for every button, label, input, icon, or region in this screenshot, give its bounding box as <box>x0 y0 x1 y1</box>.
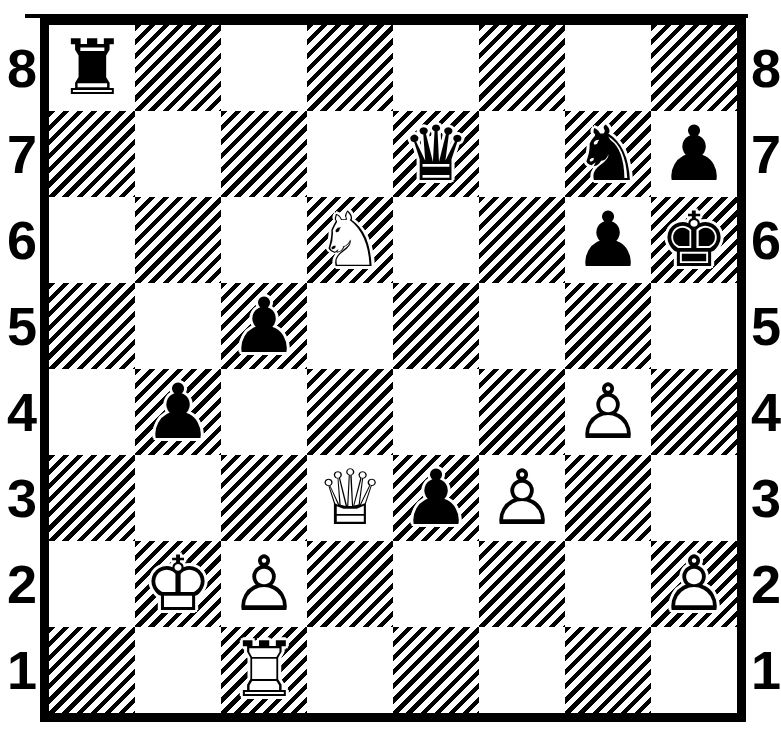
black-queen-icon: ♛ <box>402 111 470 197</box>
square-c2: ♟♙ <box>221 541 307 627</box>
black-pawn-icon: ♟ <box>144 369 212 455</box>
square-b2: ♚♔ <box>135 541 221 627</box>
rank-label-left-3: 3 <box>6 455 38 541</box>
square-g8 <box>565 25 651 111</box>
square-b6 <box>135 197 221 283</box>
piece-white-pawn-g4: ♟♙ <box>565 369 651 455</box>
square-d4 <box>307 369 393 455</box>
piece-black-pawn-g6: ♟ <box>565 197 651 283</box>
square-e2 <box>393 541 479 627</box>
black-knight-icon: ♞ <box>574 111 642 197</box>
square-a2 <box>49 541 135 627</box>
chess-board: ♜♛♞♟♞♘♟♚♟♟♟♙♛♕♟♟♙♚♔♟♙♟♙♜♖ <box>40 16 746 722</box>
square-c6 <box>221 197 307 283</box>
square-e8 <box>393 25 479 111</box>
square-g2 <box>565 541 651 627</box>
square-d6: ♞♘ <box>307 197 393 283</box>
rank-labels-right: 87654321 <box>750 25 781 713</box>
rank-label-left-1: 1 <box>6 627 38 713</box>
rank-label-left-6: 6 <box>6 197 38 283</box>
square-f5 <box>479 283 565 369</box>
piece-black-pawn-b4: ♟ <box>135 369 221 455</box>
square-f1 <box>479 627 565 713</box>
rank-label-right-5: 5 <box>750 283 781 369</box>
piece-black-king-h6: ♚ <box>651 197 737 283</box>
square-h8 <box>651 25 737 111</box>
rank-label-left-8: 8 <box>6 25 38 111</box>
black-rook-icon: ♜ <box>58 25 126 111</box>
piece-white-pawn-f3: ♟♙ <box>479 455 565 541</box>
square-e6 <box>393 197 479 283</box>
square-d5 <box>307 283 393 369</box>
square-a7 <box>49 111 135 197</box>
piece-black-rook-a8: ♜ <box>49 25 135 111</box>
square-b5 <box>135 283 221 369</box>
rank-label-left-5: 5 <box>6 283 38 369</box>
square-c4 <box>221 369 307 455</box>
square-e4 <box>393 369 479 455</box>
white-knight-icon: ♘ <box>316 197 384 283</box>
square-g4: ♟♙ <box>565 369 651 455</box>
piece-white-king-b2: ♚♔ <box>135 541 221 627</box>
rank-label-right-8: 8 <box>750 25 781 111</box>
square-f4 <box>479 369 565 455</box>
square-f3: ♟♙ <box>479 455 565 541</box>
rank-label-right-2: 2 <box>750 541 781 627</box>
square-f8 <box>479 25 565 111</box>
square-e7: ♛ <box>393 111 479 197</box>
white-queen-icon: ♕ <box>316 455 384 541</box>
square-c7 <box>221 111 307 197</box>
piece-white-pawn-c2: ♟♙ <box>221 541 307 627</box>
square-a8: ♜ <box>49 25 135 111</box>
square-h4 <box>651 369 737 455</box>
square-h2: ♟♙ <box>651 541 737 627</box>
square-g3 <box>565 455 651 541</box>
square-c1: ♜♖ <box>221 627 307 713</box>
square-c8 <box>221 25 307 111</box>
rank-label-right-6: 6 <box>750 197 781 283</box>
square-a4 <box>49 369 135 455</box>
rank-label-right-3: 3 <box>750 455 781 541</box>
square-d3: ♛♕ <box>307 455 393 541</box>
square-b7 <box>135 111 221 197</box>
rank-label-right-7: 7 <box>750 111 781 197</box>
black-pawn-icon: ♟ <box>660 111 728 197</box>
square-g6: ♟ <box>565 197 651 283</box>
piece-white-queen-d3: ♛♕ <box>307 455 393 541</box>
white-rook-icon: ♖ <box>230 627 298 713</box>
white-pawn-icon: ♙ <box>574 369 642 455</box>
square-e5 <box>393 283 479 369</box>
square-c5: ♟ <box>221 283 307 369</box>
piece-black-pawn-c5: ♟ <box>221 283 307 369</box>
rank-label-left-7: 7 <box>6 111 38 197</box>
piece-white-pawn-h2: ♟♙ <box>651 541 737 627</box>
square-h3 <box>651 455 737 541</box>
square-f6 <box>479 197 565 283</box>
square-h1 <box>651 627 737 713</box>
rank-label-right-1: 1 <box>750 627 781 713</box>
square-b8 <box>135 25 221 111</box>
square-f2 <box>479 541 565 627</box>
square-h6: ♚ <box>651 197 737 283</box>
white-king-icon: ♔ <box>144 541 212 627</box>
black-pawn-icon: ♟ <box>574 197 642 283</box>
square-h5 <box>651 283 737 369</box>
square-g7: ♞ <box>565 111 651 197</box>
square-a1 <box>49 627 135 713</box>
piece-black-queen-e7: ♛ <box>393 111 479 197</box>
square-d2 <box>307 541 393 627</box>
rank-label-right-4: 4 <box>750 369 781 455</box>
white-pawn-icon: ♙ <box>660 541 728 627</box>
rank-label-left-2: 2 <box>6 541 38 627</box>
square-a3 <box>49 455 135 541</box>
square-a6 <box>49 197 135 283</box>
white-pawn-icon: ♙ <box>230 541 298 627</box>
rank-labels-left: 87654321 <box>6 25 38 713</box>
square-a5 <box>49 283 135 369</box>
square-g1 <box>565 627 651 713</box>
square-e3: ♟ <box>393 455 479 541</box>
piece-white-rook-c1: ♜♖ <box>221 627 307 713</box>
piece-black-pawn-e3: ♟ <box>393 455 479 541</box>
square-g5 <box>565 283 651 369</box>
white-pawn-icon: ♙ <box>488 455 556 541</box>
piece-black-pawn-h7: ♟ <box>651 111 737 197</box>
black-king-icon: ♚ <box>660 197 728 283</box>
black-pawn-icon: ♟ <box>230 283 298 369</box>
square-h7: ♟ <box>651 111 737 197</box>
square-b3 <box>135 455 221 541</box>
square-b4: ♟ <box>135 369 221 455</box>
piece-white-knight-d6: ♞♘ <box>307 197 393 283</box>
square-e1 <box>393 627 479 713</box>
square-f7 <box>479 111 565 197</box>
rank-label-left-4: 4 <box>6 369 38 455</box>
black-pawn-icon: ♟ <box>402 455 470 541</box>
square-d7 <box>307 111 393 197</box>
square-b1 <box>135 627 221 713</box>
square-d1 <box>307 627 393 713</box>
piece-black-knight-g7: ♞ <box>565 111 651 197</box>
square-c3 <box>221 455 307 541</box>
square-d8 <box>307 25 393 111</box>
